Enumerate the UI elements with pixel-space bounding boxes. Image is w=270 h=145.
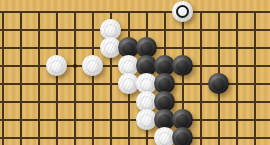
black-stone-glyph: ● bbox=[157, 93, 172, 110]
grid-hline bbox=[0, 119, 270, 121]
black-stone-glyph: ● bbox=[121, 39, 136, 56]
black-stone: ● bbox=[208, 73, 229, 94]
board-top-edge-line bbox=[0, 11, 270, 13]
grid-vline bbox=[236, 11, 238, 145]
go-board[interactable]: ○○○●●○○○●●●○○●●○●○●●○● bbox=[0, 0, 270, 145]
black-stone-glyph: ● bbox=[175, 111, 190, 128]
grid-hline bbox=[0, 29, 270, 31]
black-stone-glyph: ● bbox=[211, 75, 226, 92]
grid-vline bbox=[2, 11, 4, 145]
last-move-marker bbox=[176, 5, 189, 18]
white-stone: ○ bbox=[172, 1, 193, 22]
go-app-window: ○○○●●○○○●●●○○●●○●○●●○● bbox=[0, 0, 270, 145]
grid-vline bbox=[92, 11, 94, 145]
grid-vline bbox=[38, 11, 40, 145]
white-stone: ○ bbox=[82, 55, 103, 76]
black-stone-glyph: ● bbox=[157, 111, 172, 128]
black-stone-glyph: ● bbox=[157, 57, 172, 74]
grid-hline bbox=[0, 101, 270, 103]
grid-hline bbox=[0, 137, 270, 139]
grid-vline bbox=[254, 11, 256, 145]
white-stone-glyph: ○ bbox=[49, 57, 64, 74]
star-point bbox=[73, 64, 77, 68]
white-stone-glyph: ○ bbox=[139, 93, 154, 110]
black-stone: ● bbox=[172, 55, 193, 76]
white-stone-glyph: ○ bbox=[103, 39, 118, 56]
black-stone-glyph: ● bbox=[175, 57, 190, 74]
white-stone-glyph: ○ bbox=[121, 75, 136, 92]
white-stone-glyph: ○ bbox=[85, 57, 100, 74]
grid-vline bbox=[56, 11, 58, 145]
grid-vline bbox=[20, 11, 22, 145]
grid-vline bbox=[74, 11, 76, 145]
grid-vline bbox=[200, 11, 202, 145]
white-stone-glyph: ○ bbox=[121, 57, 136, 74]
black-stone-glyph: ● bbox=[175, 129, 190, 145]
black-stone: ● bbox=[172, 127, 193, 145]
black-stone-glyph: ● bbox=[139, 39, 154, 56]
black-stone-glyph: ● bbox=[139, 57, 154, 74]
black-stone-glyph: ● bbox=[157, 75, 172, 92]
white-stone-glyph: ○ bbox=[103, 21, 118, 38]
white-stone-glyph: ○ bbox=[157, 129, 172, 145]
white-stone: ○ bbox=[46, 55, 67, 76]
white-stone-glyph: ○ bbox=[139, 75, 154, 92]
white-stone-glyph: ○ bbox=[139, 111, 154, 128]
